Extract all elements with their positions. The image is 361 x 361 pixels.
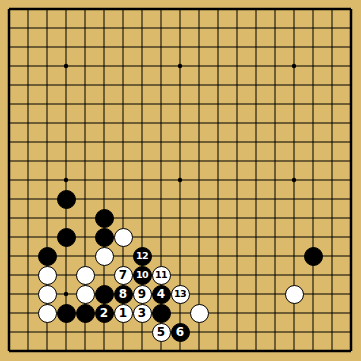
stone-black-move-8[interactable]: 8: [114, 285, 133, 304]
move-number-label: 11: [155, 270, 167, 280]
stone-black-move-10[interactable]: 10: [133, 266, 152, 285]
move-number-label: 2: [100, 307, 108, 319]
move-number-label: 13: [174, 289, 186, 299]
move-number-label: 3: [138, 307, 146, 319]
stone-black[interactable]: [95, 228, 114, 247]
stone-black-move-6[interactable]: 6: [171, 323, 190, 342]
stone-black[interactable]: [57, 228, 76, 247]
stone-white-move-13[interactable]: 13: [171, 285, 190, 304]
stone-white[interactable]: [114, 228, 133, 247]
move-number-label: 6: [176, 326, 184, 338]
move-number-label: 8: [119, 288, 127, 300]
stone-white-move-3[interactable]: 3: [133, 304, 152, 323]
move-number-label: 12: [136, 251, 148, 261]
stone-black[interactable]: [95, 209, 114, 228]
stone-white-move-1[interactable]: 1: [114, 304, 133, 323]
move-number-label: 7: [119, 269, 127, 281]
stone-white[interactable]: [95, 247, 114, 266]
stone-white-move-7[interactable]: 7: [114, 266, 133, 285]
stone-black[interactable]: [152, 304, 171, 323]
move-number-label: 1: [119, 307, 127, 319]
stone-black[interactable]: [57, 190, 76, 209]
stone-black[interactable]: [57, 304, 76, 323]
move-number-label: 9: [138, 288, 146, 300]
stone-white[interactable]: [38, 266, 57, 285]
stone-black[interactable]: [304, 247, 323, 266]
stone-black[interactable]: [38, 247, 57, 266]
stone-white-move-9[interactable]: 9: [133, 285, 152, 304]
stone-white[interactable]: [76, 285, 95, 304]
goban[interactable]: 12710118941321356: [0, 0, 361, 361]
move-number-label: 4: [157, 288, 165, 300]
stone-black-move-4[interactable]: 4: [152, 285, 171, 304]
stone-white-move-5[interactable]: 5: [152, 323, 171, 342]
stone-white[interactable]: [38, 304, 57, 323]
stone-white[interactable]: [285, 285, 304, 304]
stone-white[interactable]: [38, 285, 57, 304]
stone-white[interactable]: [76, 266, 95, 285]
stone-black[interactable]: [76, 304, 95, 323]
stone-black-move-12[interactable]: 12: [133, 247, 152, 266]
stone-black-move-2[interactable]: 2: [95, 304, 114, 323]
go-board-screen: 12710118941321356: [0, 0, 361, 361]
stone-black[interactable]: [95, 285, 114, 304]
move-number-label: 5: [157, 326, 165, 338]
stone-white-move-11[interactable]: 11: [152, 266, 171, 285]
stone-white[interactable]: [190, 304, 209, 323]
move-number-label: 10: [136, 270, 148, 280]
